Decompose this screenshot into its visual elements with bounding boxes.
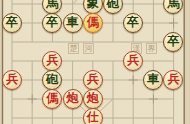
piece-red-soldier[interactable]: 兵 — [83, 70, 103, 90]
xiangqi-board: 楚 河 漢 界 馬象砲馬卒卒車傌卒卒兵兵兵砲兵車兵傌炮炮仕 — [0, 0, 190, 124]
piece-black-soldier[interactable]: 卒 — [42, 13, 62, 33]
piece-red-horse[interactable]: 傌 — [83, 13, 103, 33]
piece-black-chariot[interactable]: 車 — [143, 70, 163, 90]
piece-black-chariot[interactable]: 車 — [63, 13, 83, 33]
piece-black-soldier[interactable]: 卒 — [123, 13, 143, 33]
piece-layer: 馬象砲馬卒卒車傌卒卒兵兵兵砲兵車兵傌炮炮仕 — [2, 0, 184, 124]
piece-red-advisor[interactable]: 仕 — [83, 108, 103, 124]
piece-black-soldier[interactable]: 卒 — [163, 32, 183, 52]
piece-black-elephant[interactable]: 象 — [83, 0, 103, 14]
piece-red-soldier[interactable]: 兵 — [2, 70, 22, 90]
piece-black-horse[interactable]: 馬 — [163, 0, 183, 14]
piece-red-cannon[interactable]: 炮 — [83, 89, 103, 109]
piece-black-cannon[interactable]: 砲 — [42, 70, 62, 90]
board-margin — [185, 0, 190, 124]
piece-red-horse[interactable]: 傌 — [42, 89, 62, 109]
piece-black-cannon[interactable]: 砲 — [103, 0, 123, 14]
piece-red-soldier[interactable]: 兵 — [42, 51, 62, 71]
piece-red-cannon[interactable]: 炮 — [63, 89, 83, 109]
piece-black-soldier[interactable]: 卒 — [2, 13, 22, 33]
piece-red-soldier[interactable]: 兵 — [123, 51, 143, 71]
piece-red-soldier[interactable]: 兵 — [163, 70, 183, 90]
piece-black-horse[interactable]: 馬 — [42, 0, 62, 14]
